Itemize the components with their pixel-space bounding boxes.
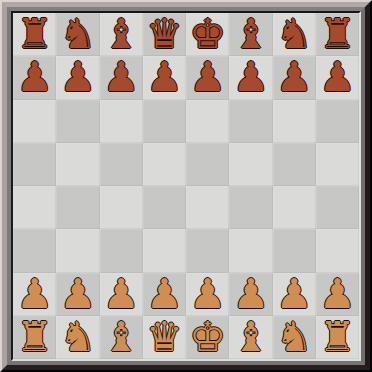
square-h1[interactable]: ♜ — [316, 316, 359, 359]
piece-white-pawn: ♟ — [319, 273, 356, 316]
chess-board: ♜♞♝♛♚♝♞♜♟♟♟♟♟♟♟♟♟♟♟♟♟♟♟♟♜♞♝♛♚♝♞♜ — [13, 13, 359, 359]
piece-white-queen: ♛ — [146, 316, 183, 359]
piece-white-pawn: ♟ — [232, 273, 269, 316]
piece-white-rook: ♜ — [16, 316, 53, 359]
piece-white-knight: ♞ — [59, 316, 96, 359]
piece-black-queen: ♛ — [146, 13, 183, 56]
piece-black-pawn: ♟ — [276, 56, 313, 99]
square-e2[interactable]: ♟ — [186, 273, 229, 316]
piece-white-pawn: ♟ — [189, 273, 226, 316]
square-a8[interactable]: ♜ — [13, 13, 56, 56]
square-f4[interactable] — [229, 186, 272, 229]
piece-white-bishop: ♝ — [103, 316, 140, 359]
piece-white-knight: ♞ — [276, 316, 313, 359]
square-f5[interactable] — [229, 143, 272, 186]
piece-white-pawn: ♟ — [276, 273, 313, 316]
square-b5[interactable] — [56, 143, 99, 186]
square-d5[interactable] — [143, 143, 186, 186]
square-e3[interactable] — [186, 229, 229, 272]
piece-white-rook: ♜ — [319, 316, 356, 359]
square-e8[interactable]: ♚ — [186, 13, 229, 56]
square-d4[interactable] — [143, 186, 186, 229]
square-d1[interactable]: ♛ — [143, 316, 186, 359]
square-b4[interactable] — [56, 186, 99, 229]
piece-white-bishop: ♝ — [232, 316, 269, 359]
square-d8[interactable]: ♛ — [143, 13, 186, 56]
piece-black-pawn: ♟ — [189, 56, 226, 99]
square-e1[interactable]: ♚ — [186, 316, 229, 359]
square-h7[interactable]: ♟ — [316, 56, 359, 99]
square-c2[interactable]: ♟ — [100, 273, 143, 316]
piece-white-pawn: ♟ — [103, 273, 140, 316]
square-b8[interactable]: ♞ — [56, 13, 99, 56]
square-e5[interactable] — [186, 143, 229, 186]
square-a3[interactable] — [13, 229, 56, 272]
piece-black-rook: ♜ — [319, 13, 356, 56]
square-a4[interactable] — [13, 186, 56, 229]
square-b7[interactable]: ♟ — [56, 56, 99, 99]
board-frame-inner: ♜♞♝♛♚♝♞♜♟♟♟♟♟♟♟♟♟♟♟♟♟♟♟♟♜♞♝♛♚♝♞♜ — [7, 7, 365, 365]
square-f8[interactable]: ♝ — [229, 13, 272, 56]
square-h2[interactable]: ♟ — [316, 273, 359, 316]
square-f1[interactable]: ♝ — [229, 316, 272, 359]
square-f3[interactable] — [229, 229, 272, 272]
square-c7[interactable]: ♟ — [100, 56, 143, 99]
square-h4[interactable] — [316, 186, 359, 229]
square-h8[interactable]: ♜ — [316, 13, 359, 56]
board-frame-face: ♜♞♝♛♚♝♞♜♟♟♟♟♟♟♟♟♟♟♟♟♟♟♟♟♜♞♝♛♚♝♞♜ — [2, 2, 370, 370]
square-a7[interactable]: ♟ — [13, 56, 56, 99]
square-d2[interactable]: ♟ — [143, 273, 186, 316]
piece-black-pawn: ♟ — [16, 56, 53, 99]
piece-black-king: ♚ — [189, 13, 226, 56]
square-a5[interactable] — [13, 143, 56, 186]
square-d3[interactable] — [143, 229, 186, 272]
square-h3[interactable] — [316, 229, 359, 272]
square-e7[interactable]: ♟ — [186, 56, 229, 99]
square-c5[interactable] — [100, 143, 143, 186]
piece-black-pawn: ♟ — [103, 56, 140, 99]
square-e6[interactable] — [186, 100, 229, 143]
piece-white-pawn: ♟ — [146, 273, 183, 316]
piece-black-pawn: ♟ — [232, 56, 269, 99]
square-b6[interactable] — [56, 100, 99, 143]
board-frame-outer: ♜♞♝♛♚♝♞♜♟♟♟♟♟♟♟♟♟♟♟♟♟♟♟♟♜♞♝♛♚♝♞♜ — [0, 0, 372, 372]
square-c3[interactable] — [100, 229, 143, 272]
square-c4[interactable] — [100, 186, 143, 229]
square-g7[interactable]: ♟ — [273, 56, 316, 99]
square-f2[interactable]: ♟ — [229, 273, 272, 316]
square-g4[interactable] — [273, 186, 316, 229]
square-f7[interactable]: ♟ — [229, 56, 272, 99]
square-g2[interactable]: ♟ — [273, 273, 316, 316]
piece-white-king: ♚ — [189, 316, 226, 359]
piece-black-bishop: ♝ — [232, 13, 269, 56]
square-c8[interactable]: ♝ — [100, 13, 143, 56]
square-g5[interactable] — [273, 143, 316, 186]
piece-white-pawn: ♟ — [59, 273, 96, 316]
square-h5[interactable] — [316, 143, 359, 186]
square-a6[interactable] — [13, 100, 56, 143]
square-b1[interactable]: ♞ — [56, 316, 99, 359]
square-c6[interactable] — [100, 100, 143, 143]
square-d6[interactable] — [143, 100, 186, 143]
piece-white-pawn: ♟ — [16, 273, 53, 316]
square-e4[interactable] — [186, 186, 229, 229]
square-g1[interactable]: ♞ — [273, 316, 316, 359]
piece-black-bishop: ♝ — [103, 13, 140, 56]
square-c1[interactable]: ♝ — [100, 316, 143, 359]
square-g8[interactable]: ♞ — [273, 13, 316, 56]
square-a2[interactable]: ♟ — [13, 273, 56, 316]
square-g3[interactable] — [273, 229, 316, 272]
square-h6[interactable] — [316, 100, 359, 143]
piece-black-pawn: ♟ — [146, 56, 183, 99]
piece-black-knight: ♞ — [59, 13, 96, 56]
piece-black-knight: ♞ — [276, 13, 313, 56]
square-a1[interactable]: ♜ — [13, 316, 56, 359]
board-frame-bevel: ♜♞♝♛♚♝♞♜♟♟♟♟♟♟♟♟♟♟♟♟♟♟♟♟♜♞♝♛♚♝♞♜ — [11, 11, 361, 361]
piece-black-pawn: ♟ — [319, 56, 356, 99]
square-f6[interactable] — [229, 100, 272, 143]
piece-black-pawn: ♟ — [59, 56, 96, 99]
square-d7[interactable]: ♟ — [143, 56, 186, 99]
square-b2[interactable]: ♟ — [56, 273, 99, 316]
square-b3[interactable] — [56, 229, 99, 272]
piece-black-rook: ♜ — [16, 13, 53, 56]
square-g6[interactable] — [273, 100, 316, 143]
